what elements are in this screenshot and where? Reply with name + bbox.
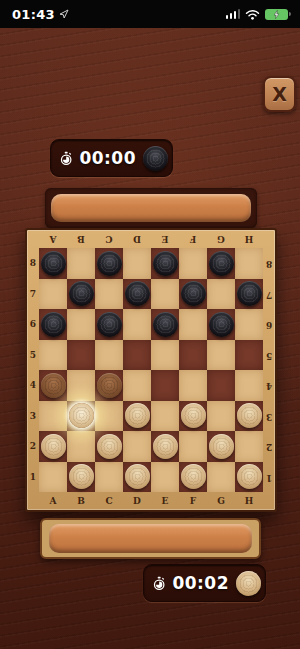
tray-top-bar [51,194,251,222]
location-arrow-icon [59,9,69,19]
signal-bar [234,11,237,19]
signal-bar [226,15,229,19]
white-piece[interactable] [97,434,122,459]
black-piece[interactable] [153,312,178,337]
tray-bottom-bar [49,524,252,553]
cellular-signal-icon [226,9,241,19]
rank-label-right-7: 7 [263,279,275,310]
board-frame-corner [263,492,275,510]
square-f7[interactable] [179,279,207,310]
square-a1[interactable] [39,462,67,493]
board-frame-corner [27,230,39,248]
signal-bar [238,9,241,19]
white-piece[interactable] [237,403,262,428]
file-label-bottom-g: G [207,492,235,510]
square-e4[interactable] [151,370,179,401]
square-d3[interactable] [123,401,151,432]
move-hint-piece[interactable] [41,373,66,398]
white-piece[interactable] [209,434,234,459]
square-b6[interactable] [67,309,95,340]
square-d5[interactable] [123,340,151,371]
square-b8[interactable] [67,248,95,279]
file-label-bottom-d: D [123,492,151,510]
white-piece[interactable] [181,464,206,489]
square-e8[interactable] [151,248,179,279]
square-e7[interactable] [151,279,179,310]
square-g6[interactable] [207,309,235,340]
stopwatch-icon [60,148,72,169]
black-piece[interactable] [41,251,66,276]
square-g3[interactable] [207,401,235,432]
black-piece[interactable] [181,281,206,306]
square-d2[interactable] [123,431,151,462]
black-piece[interactable] [209,251,234,276]
opponent-timer-text: 00:00 [79,148,136,168]
square-f3[interactable] [179,401,207,432]
lightning-bolt-icon [272,10,281,19]
white-piece[interactable] [69,464,94,489]
square-e6[interactable] [151,309,179,340]
file-label-top-f: F [179,230,207,248]
square-c7[interactable] [95,279,123,310]
board-frame-corner [263,230,275,248]
file-label-bottom-f: F [179,492,207,510]
square-b2[interactable] [67,431,95,462]
white-piece[interactable] [41,434,66,459]
black-piece[interactable] [209,312,234,337]
white-piece[interactable] [125,403,150,428]
black-piece[interactable] [69,281,94,306]
status-right [226,9,289,20]
rank-label-left-3: 3 [27,401,39,432]
black-piece[interactable] [97,251,122,276]
file-label-top-a: A [39,230,67,248]
square-f4[interactable] [179,370,207,401]
file-label-bottom-a: A [39,492,67,510]
battery-charging-icon [265,9,288,20]
close-button[interactable]: X [263,76,296,112]
square-e5[interactable] [151,340,179,371]
square-g8[interactable] [207,248,235,279]
player-piece-icon [236,571,261,596]
square-f8[interactable] [179,248,207,279]
square-g1[interactable] [207,462,235,493]
rank-label-left-2: 2 [27,431,39,462]
file-label-bottom-h: H [235,492,263,510]
opponent-timer-panel: 00:00 [50,139,173,177]
rank-label-right-1: 1 [263,462,275,493]
file-label-top-g: G [207,230,235,248]
square-a6[interactable] [39,309,67,340]
square-b7[interactable] [67,279,95,310]
white-piece[interactable] [125,464,150,489]
app-screen: 01:43 X [0,0,300,649]
file-label-bottom-c: C [95,492,123,510]
wifi-icon [245,9,260,20]
square-e1[interactable] [151,462,179,493]
square-b1[interactable] [67,462,95,493]
square-e3[interactable] [151,401,179,432]
square-e2[interactable] [151,431,179,462]
square-c2[interactable] [95,431,123,462]
square-h6[interactable] [235,309,263,340]
square-b4[interactable] [67,370,95,401]
square-c8[interactable] [95,248,123,279]
clock-text: 01:43 [12,7,55,22]
checkers-board: ABCDEFGH8877665544332211ABCDEFGH [25,228,277,512]
black-piece[interactable] [125,281,150,306]
square-g2[interactable] [207,431,235,462]
square-a5[interactable] [39,340,67,371]
square-c5[interactable] [95,340,123,371]
square-h7[interactable] [235,279,263,310]
file-label-top-c: C [95,230,123,248]
square-d4[interactable] [123,370,151,401]
rank-label-left-6: 6 [27,309,39,340]
player-timer-text: 00:02 [172,573,229,593]
file-label-bottom-e: E [151,492,179,510]
rank-label-right-3: 3 [263,401,275,432]
black-piece[interactable] [97,312,122,337]
rank-label-left-7: 7 [27,279,39,310]
stopwatch-icon [153,573,165,594]
square-a8[interactable] [39,248,67,279]
rank-label-left-4: 4 [27,370,39,401]
white-piece[interactable] [237,464,262,489]
rank-label-left-5: 5 [27,340,39,371]
file-label-top-e: E [151,230,179,248]
black-piece[interactable] [237,281,262,306]
square-h2[interactable] [235,431,263,462]
square-a7[interactable] [39,279,67,310]
player-timer-panel: 00:02 [143,564,266,602]
file-label-top-h: H [235,230,263,248]
captured-pieces-tray-top [45,188,257,228]
captured-pieces-tray-bottom [40,518,261,559]
rank-label-right-8: 8 [263,248,275,279]
board-frame-corner [27,492,39,510]
square-f2[interactable] [179,431,207,462]
status-left: 01:43 [12,7,69,22]
square-h5[interactable] [235,340,263,371]
file-label-top-d: D [123,230,151,248]
square-a3[interactable] [39,401,67,432]
square-c4[interactable] [95,370,123,401]
square-c1[interactable] [95,462,123,493]
close-button-label: X [272,83,287,105]
square-b5[interactable] [67,340,95,371]
square-h1[interactable] [235,462,263,493]
status-bar: 01:43 [0,0,300,28]
rank-label-right-6: 6 [263,309,275,340]
white-piece[interactable] [153,434,178,459]
file-label-bottom-b: B [67,492,95,510]
rank-label-left-1: 1 [27,462,39,493]
square-h8[interactable] [235,248,263,279]
square-g5[interactable] [207,340,235,371]
opponent-piece-icon [143,146,168,171]
square-g4[interactable] [207,370,235,401]
black-piece[interactable] [41,312,66,337]
square-g7[interactable] [207,279,235,310]
file-label-top-b: B [67,230,95,248]
square-a2[interactable] [39,431,67,462]
square-c6[interactable] [95,309,123,340]
square-a4[interactable] [39,370,67,401]
square-d6[interactable] [123,309,151,340]
move-hint-piece[interactable] [97,373,122,398]
square-d1[interactable] [123,462,151,493]
rank-label-right-5: 5 [263,340,275,371]
square-h3[interactable] [235,401,263,432]
rank-label-right-4: 4 [263,370,275,401]
square-f1[interactable] [179,462,207,493]
square-d8[interactable] [123,248,151,279]
white-piece[interactable] [181,403,206,428]
square-b3[interactable] [67,401,95,432]
white-piece-selected[interactable] [69,403,94,428]
square-d7[interactable] [123,279,151,310]
square-f6[interactable] [179,309,207,340]
square-h4[interactable] [235,370,263,401]
square-f5[interactable] [179,340,207,371]
rank-label-right-2: 2 [263,431,275,462]
square-c3[interactable] [95,401,123,432]
rank-label-left-8: 8 [27,248,39,279]
signal-bar [230,13,233,19]
black-piece[interactable] [153,251,178,276]
